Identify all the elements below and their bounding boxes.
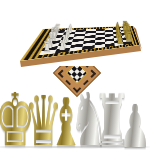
closeup-pawn-silver: ♟ xyxy=(117,103,150,148)
product-photo-canvas: ♜♞♝♛♚♝♞♜♟♟♟♟♟♟♟♟♟♟♟♟♟♟♟♟♜♞♝♛♚♝♞♜ ♚♛♝♞♜♟ xyxy=(0,0,150,150)
closeup-piece-row: ♚♛♝♞♜♟ xyxy=(0,0,150,150)
